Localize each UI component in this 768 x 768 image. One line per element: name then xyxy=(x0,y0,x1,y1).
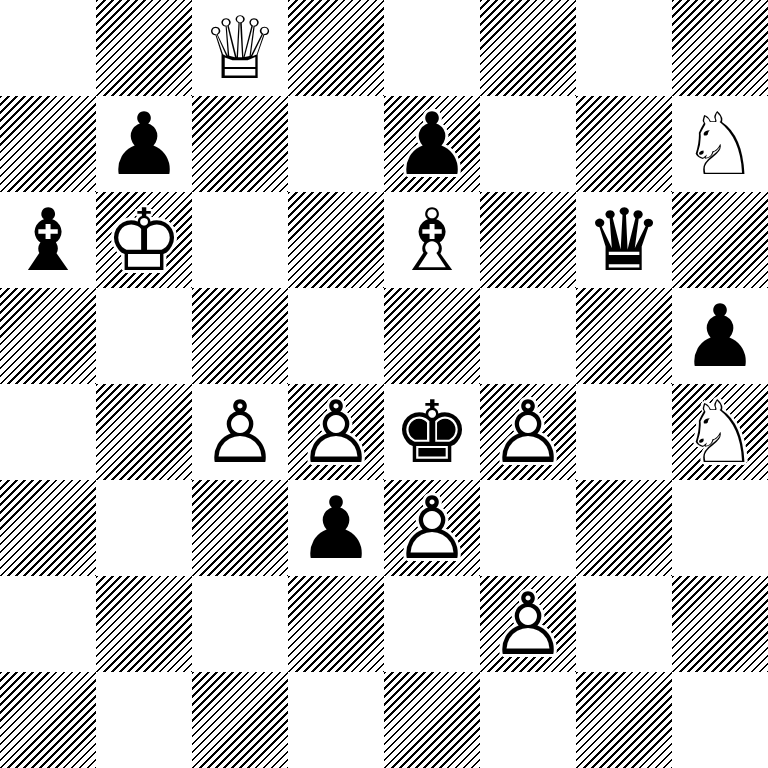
square-a2[interactable] xyxy=(0,576,96,672)
piece-white-pawn[interactable]: ♟♙ xyxy=(384,480,480,576)
square-c1[interactable] xyxy=(192,672,288,768)
square-g2[interactable] xyxy=(576,576,672,672)
square-h4[interactable]: ♞♘ xyxy=(672,384,768,480)
white-king-icon: ♔ xyxy=(96,192,192,288)
square-a3[interactable] xyxy=(0,480,96,576)
square-h5[interactable]: ♟♟ xyxy=(672,288,768,384)
white-pawn-icon: ♙ xyxy=(480,576,576,672)
piece-white-knight[interactable]: ♞♘ xyxy=(672,384,768,480)
piece-white-pawn[interactable]: ♟♙ xyxy=(480,384,576,480)
square-g4[interactable] xyxy=(576,384,672,480)
white-knight-icon: ♘ xyxy=(672,384,768,480)
square-e1[interactable] xyxy=(384,672,480,768)
square-c4[interactable]: ♟♙ xyxy=(192,384,288,480)
white-pawn-icon: ♙ xyxy=(480,384,576,480)
square-c5[interactable] xyxy=(192,288,288,384)
square-h1[interactable] xyxy=(672,672,768,768)
square-b7[interactable]: ♟♟ xyxy=(96,96,192,192)
square-d2[interactable] xyxy=(288,576,384,672)
square-e4[interactable]: ♚♚ xyxy=(384,384,480,480)
square-b6[interactable]: ♚♔ xyxy=(96,192,192,288)
square-b3[interactable] xyxy=(96,480,192,576)
square-h7[interactable]: ♞♘ xyxy=(672,96,768,192)
square-e3[interactable]: ♟♙ xyxy=(384,480,480,576)
square-g6[interactable]: ♛♛ xyxy=(576,192,672,288)
square-g1[interactable] xyxy=(576,672,672,768)
black-king-icon: ♚ xyxy=(384,384,480,480)
square-b8[interactable] xyxy=(96,0,192,96)
square-d5[interactable] xyxy=(288,288,384,384)
piece-black-pawn[interactable]: ♟♟ xyxy=(288,480,384,576)
piece-white-pawn[interactable]: ♟♙ xyxy=(288,384,384,480)
square-d7[interactable] xyxy=(288,96,384,192)
square-b2[interactable] xyxy=(96,576,192,672)
piece-black-pawn[interactable]: ♟♟ xyxy=(672,288,768,384)
piece-black-king[interactable]: ♚♚ xyxy=(384,384,480,480)
white-queen-icon: ♕ xyxy=(192,0,288,96)
white-bishop-icon: ♗ xyxy=(384,192,480,288)
piece-black-queen[interactable]: ♛♛ xyxy=(576,192,672,288)
black-pawn-icon: ♟ xyxy=(288,480,384,576)
square-h3[interactable] xyxy=(672,480,768,576)
square-f4[interactable]: ♟♙ xyxy=(480,384,576,480)
white-pawn-icon: ♙ xyxy=(288,384,384,480)
black-pawn-icon: ♟ xyxy=(672,288,768,384)
piece-black-pawn[interactable]: ♟♟ xyxy=(96,96,192,192)
square-d1[interactable] xyxy=(288,672,384,768)
square-e6[interactable]: ♝♗ xyxy=(384,192,480,288)
black-bishop-icon: ♝ xyxy=(0,192,96,288)
piece-black-pawn[interactable]: ♟♟ xyxy=(384,96,480,192)
square-f7[interactable] xyxy=(480,96,576,192)
square-g3[interactable] xyxy=(576,480,672,576)
square-a8[interactable] xyxy=(0,0,96,96)
black-pawn-icon: ♟ xyxy=(384,96,480,192)
square-a7[interactable] xyxy=(0,96,96,192)
white-pawn-icon: ♙ xyxy=(384,480,480,576)
square-b4[interactable] xyxy=(96,384,192,480)
piece-white-bishop[interactable]: ♝♗ xyxy=(384,192,480,288)
piece-white-pawn[interactable]: ♟♙ xyxy=(480,576,576,672)
square-f3[interactable] xyxy=(480,480,576,576)
square-c8[interactable]: ♛♕ xyxy=(192,0,288,96)
square-e7[interactable]: ♟♟ xyxy=(384,96,480,192)
black-pawn-icon: ♟ xyxy=(96,96,192,192)
square-e5[interactable] xyxy=(384,288,480,384)
piece-white-pawn[interactable]: ♟♙ xyxy=(192,384,288,480)
piece-black-bishop[interactable]: ♝♝ xyxy=(0,192,96,288)
square-d6[interactable] xyxy=(288,192,384,288)
square-d8[interactable] xyxy=(288,0,384,96)
square-a4[interactable] xyxy=(0,384,96,480)
square-g8[interactable] xyxy=(576,0,672,96)
square-c3[interactable] xyxy=(192,480,288,576)
square-d3[interactable]: ♟♟ xyxy=(288,480,384,576)
square-e2[interactable] xyxy=(384,576,480,672)
square-b1[interactable] xyxy=(96,672,192,768)
piece-white-knight[interactable]: ♞♘ xyxy=(672,96,768,192)
square-f2[interactable]: ♟♙ xyxy=(480,576,576,672)
square-h8[interactable] xyxy=(672,0,768,96)
square-g5[interactable] xyxy=(576,288,672,384)
square-c7[interactable] xyxy=(192,96,288,192)
piece-white-king[interactable]: ♚♔ xyxy=(96,192,192,288)
square-a6[interactable]: ♝♝ xyxy=(0,192,96,288)
square-h2[interactable] xyxy=(672,576,768,672)
square-d4[interactable]: ♟♙ xyxy=(288,384,384,480)
white-pawn-icon: ♙ xyxy=(192,384,288,480)
square-f5[interactable] xyxy=(480,288,576,384)
square-h6[interactable] xyxy=(672,192,768,288)
black-queen-icon: ♛ xyxy=(576,192,672,288)
square-f1[interactable] xyxy=(480,672,576,768)
square-a1[interactable] xyxy=(0,672,96,768)
square-f8[interactable] xyxy=(480,0,576,96)
white-knight-icon: ♘ xyxy=(672,96,768,192)
square-a5[interactable] xyxy=(0,288,96,384)
square-f6[interactable] xyxy=(480,192,576,288)
square-c2[interactable] xyxy=(192,576,288,672)
chess-board: ♛♕♟♟♟♟♞♘♝♝♚♔♝♗♛♛♟♟♟♙♟♙♚♚♟♙♞♘♟♟♟♙♟♙ xyxy=(0,0,768,768)
piece-white-queen[interactable]: ♛♕ xyxy=(192,0,288,96)
square-e8[interactable] xyxy=(384,0,480,96)
square-b5[interactable] xyxy=(96,288,192,384)
square-g7[interactable] xyxy=(576,96,672,192)
square-c6[interactable] xyxy=(192,192,288,288)
